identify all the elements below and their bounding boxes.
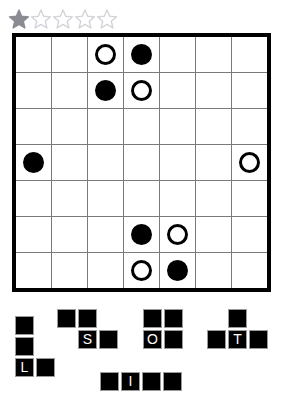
piece-block <box>100 372 119 391</box>
piece-block <box>228 309 247 328</box>
piece-block <box>57 309 76 328</box>
statue-park-app: LSOTI <box>0 0 284 407</box>
piece-block <box>15 316 34 335</box>
piece-block-letter: I <box>121 372 140 391</box>
piece-block <box>249 330 268 349</box>
piece-block <box>99 330 118 349</box>
piece-block <box>207 330 226 349</box>
piece-block-letter: L <box>15 358 34 377</box>
piece-block <box>164 330 183 349</box>
piece-block <box>15 337 34 356</box>
piece-block-letter: S <box>78 330 97 349</box>
piece-block <box>78 309 97 328</box>
piece-block <box>163 372 182 391</box>
piece-block <box>142 372 161 391</box>
piece-block <box>36 358 55 377</box>
piece-bank: LSOTI <box>0 0 284 407</box>
piece-block-letter: O <box>143 330 162 349</box>
piece-block-letter: T <box>228 330 247 349</box>
piece-block <box>164 309 183 328</box>
piece-block <box>143 309 162 328</box>
